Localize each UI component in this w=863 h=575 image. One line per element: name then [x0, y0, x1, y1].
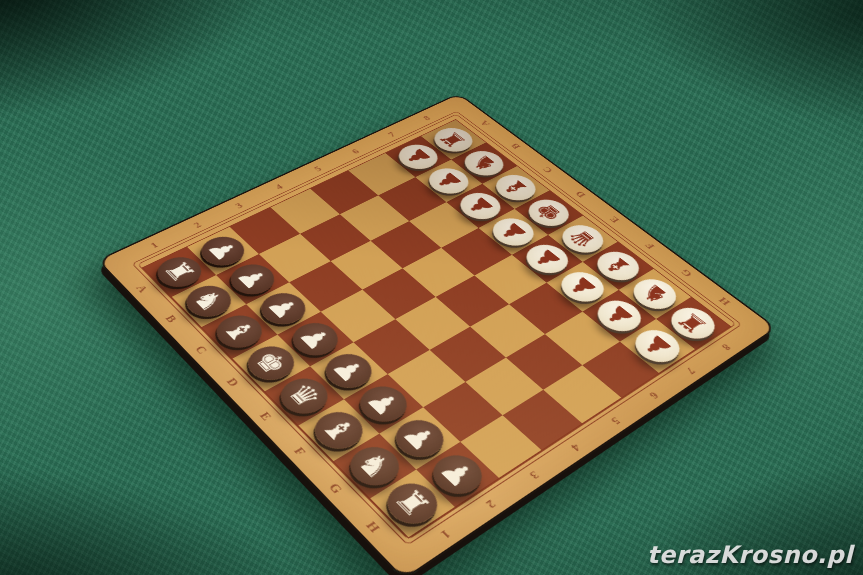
piece-glyph: ♟ — [232, 265, 274, 293]
piece-glyph: ♟ — [461, 193, 500, 218]
piece-glyph: ♝ — [598, 252, 638, 279]
piece-glyph: ♟ — [361, 387, 406, 420]
piece-glyph: ♚ — [529, 200, 568, 225]
watermark: terazKrosno.pl — [647, 541, 853, 569]
piece-glyph: ♟ — [262, 293, 305, 322]
piece-glyph: ♜ — [159, 258, 201, 286]
piece-glyph: ♞ — [634, 280, 675, 308]
piece-glyph: ♟ — [527, 245, 567, 272]
piece-glyph: ♟ — [599, 301, 641, 330]
piece-glyph: ♜ — [388, 484, 436, 522]
piece-glyph: ♟ — [430, 169, 468, 193]
piece-glyph: ♟ — [494, 219, 533, 245]
playing-grid: ♜♞♝♚♛♝♞♜♟♟♟♟♟♟♟♟♟♟♟♟♟♟♟♟♜♞♝♚♛♝♞♜ — [142, 119, 731, 539]
piece-glyph: ♜ — [435, 128, 472, 150]
piece-glyph: ♞ — [188, 286, 231, 315]
piece-glyph: ♞ — [465, 151, 502, 174]
piece-glyph: ♞ — [351, 447, 398, 483]
chessboard: ABCDEFGH ABCDEFGH 87654321 87654321 ♜♞♝♚… — [97, 93, 778, 575]
piece-glyph: ♜ — [672, 308, 714, 337]
piece-glyph: ♛ — [563, 225, 602, 251]
piece-glyph: ♛ — [282, 379, 327, 412]
piece-glyph: ♟ — [397, 420, 443, 455]
piece-glyph: ♝ — [497, 175, 535, 199]
piece-glyph: ♟ — [636, 330, 678, 360]
piece-glyph: ♟ — [562, 272, 603, 300]
piece-glyph: ♝ — [218, 316, 261, 346]
board-card: ABCDEFGH ABCDEFGH 87654321 87654321 ♜♞♝♚… — [97, 93, 778, 575]
piece-glyph: ♝ — [316, 412, 362, 447]
green-cloth-background: ABCDEFGH ABCDEFGH 87654321 87654321 ♜♞♝♚… — [0, 0, 863, 575]
piece-glyph: ♟ — [434, 456, 481, 493]
piece-glyph: ♟ — [400, 145, 437, 168]
piece-glyph: ♟ — [327, 354, 371, 386]
piece-glyph: ♟ — [294, 323, 337, 354]
piece-glyph: ♟ — [203, 237, 244, 264]
piece-glyph: ♚ — [249, 347, 293, 379]
